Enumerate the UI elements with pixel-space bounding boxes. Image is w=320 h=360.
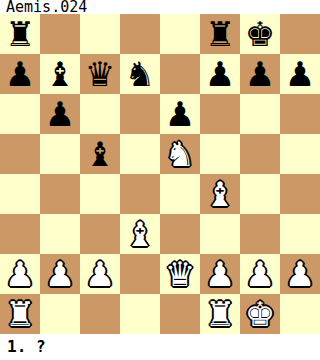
square-h1[interactable] xyxy=(280,294,320,334)
square-h3[interactable] xyxy=(280,214,320,254)
square-a5[interactable] xyxy=(0,134,40,174)
square-h8[interactable] xyxy=(280,14,320,54)
piece-white-bishop[interactable]: ♝ xyxy=(200,174,240,214)
piece-black-pawn[interactable]: ♟ xyxy=(280,54,320,94)
piece-black-queen[interactable]: ♛ xyxy=(80,54,120,94)
square-g6[interactable] xyxy=(240,94,280,134)
piece-black-pawn[interactable]: ♟ xyxy=(240,54,280,94)
piece-black-knight[interactable]: ♞ xyxy=(120,54,160,94)
square-g1[interactable]: ♚ xyxy=(240,294,280,334)
square-g8[interactable]: ♚ xyxy=(240,14,280,54)
square-e3[interactable] xyxy=(160,214,200,254)
square-d2[interactable] xyxy=(120,254,160,294)
square-g5[interactable] xyxy=(240,134,280,174)
square-e8[interactable] xyxy=(160,14,200,54)
square-d6[interactable] xyxy=(120,94,160,134)
square-b2[interactable]: ♟ xyxy=(40,254,80,294)
square-a8[interactable]: ♜ xyxy=(0,14,40,54)
piece-black-pawn[interactable]: ♟ xyxy=(200,54,240,94)
square-g3[interactable] xyxy=(240,214,280,254)
piece-black-pawn[interactable]: ♟ xyxy=(40,94,80,134)
square-b8[interactable] xyxy=(40,14,80,54)
piece-white-queen[interactable]: ♛ xyxy=(160,254,200,294)
square-f6[interactable] xyxy=(200,94,240,134)
square-a1[interactable]: ♜ xyxy=(0,294,40,334)
piece-white-pawn[interactable]: ♟ xyxy=(80,254,120,294)
square-g4[interactable] xyxy=(240,174,280,214)
square-a4[interactable] xyxy=(0,174,40,214)
square-d8[interactable] xyxy=(120,14,160,54)
square-b5[interactable] xyxy=(40,134,80,174)
square-e7[interactable] xyxy=(160,54,200,94)
square-c5[interactable]: ♝ xyxy=(80,134,120,174)
square-g7[interactable]: ♟ xyxy=(240,54,280,94)
square-f4[interactable]: ♝ xyxy=(200,174,240,214)
square-b3[interactable] xyxy=(40,214,80,254)
square-c8[interactable] xyxy=(80,14,120,54)
move-prompt: 1. ? xyxy=(7,338,46,356)
piece-white-bishop[interactable]: ♝ xyxy=(120,214,160,254)
piece-black-rook[interactable]: ♜ xyxy=(0,14,40,54)
square-d7[interactable]: ♞ xyxy=(120,54,160,94)
square-a7[interactable]: ♟ xyxy=(0,54,40,94)
square-f8[interactable]: ♜ xyxy=(200,14,240,54)
piece-white-pawn[interactable]: ♟ xyxy=(0,254,40,294)
square-f3[interactable] xyxy=(200,214,240,254)
square-b1[interactable] xyxy=(40,294,80,334)
square-e5[interactable]: ♞ xyxy=(160,134,200,174)
piece-black-king[interactable]: ♚ xyxy=(240,14,280,54)
square-c7[interactable]: ♛ xyxy=(80,54,120,94)
square-a6[interactable] xyxy=(0,94,40,134)
square-f5[interactable] xyxy=(200,134,240,174)
square-h2[interactable]: ♟ xyxy=(280,254,320,294)
square-b7[interactable]: ♝ xyxy=(40,54,80,94)
square-d4[interactable] xyxy=(120,174,160,214)
piece-white-rook[interactable]: ♜ xyxy=(200,294,240,334)
square-f1[interactable]: ♜ xyxy=(200,294,240,334)
square-g2[interactable]: ♟ xyxy=(240,254,280,294)
square-d5[interactable] xyxy=(120,134,160,174)
piece-white-pawn[interactable]: ♟ xyxy=(240,254,280,294)
square-a2[interactable]: ♟ xyxy=(0,254,40,294)
square-c1[interactable] xyxy=(80,294,120,334)
square-h5[interactable] xyxy=(280,134,320,174)
square-b4[interactable] xyxy=(40,174,80,214)
square-e6[interactable]: ♟ xyxy=(160,94,200,134)
piece-white-rook[interactable]: ♜ xyxy=(0,294,40,334)
square-c3[interactable] xyxy=(80,214,120,254)
square-h7[interactable]: ♟ xyxy=(280,54,320,94)
square-d3[interactable]: ♝ xyxy=(120,214,160,254)
square-f7[interactable]: ♟ xyxy=(200,54,240,94)
page-title: Aemis.024 xyxy=(6,1,87,14)
square-h4[interactable] xyxy=(280,174,320,214)
square-h6[interactable] xyxy=(280,94,320,134)
square-c2[interactable]: ♟ xyxy=(80,254,120,294)
square-a3[interactable] xyxy=(0,214,40,254)
square-e1[interactable] xyxy=(160,294,200,334)
square-b6[interactable]: ♟ xyxy=(40,94,80,134)
square-d1[interactable] xyxy=(120,294,160,334)
chess-diagram: Aemis.024 ♜♜♚♟♝♛♞♟♟♟♟♟♝♞♝♝♟♟♟♛♟♟♟♜♜♚ 1. … xyxy=(0,0,320,360)
square-e4[interactable] xyxy=(160,174,200,214)
piece-white-king[interactable]: ♚ xyxy=(240,294,280,334)
piece-white-knight[interactable]: ♞ xyxy=(160,134,200,174)
piece-black-pawn[interactable]: ♟ xyxy=(0,54,40,94)
piece-black-bishop[interactable]: ♝ xyxy=(40,54,80,94)
piece-black-rook[interactable]: ♜ xyxy=(200,14,240,54)
piece-black-pawn[interactable]: ♟ xyxy=(160,94,200,134)
board: ♜♜♚♟♝♛♞♟♟♟♟♟♝♞♝♝♟♟♟♛♟♟♟♜♜♚ xyxy=(0,14,320,334)
square-e2[interactable]: ♛ xyxy=(160,254,200,294)
piece-black-bishop[interactable]: ♝ xyxy=(80,134,120,174)
square-f2[interactable]: ♟ xyxy=(200,254,240,294)
piece-white-pawn[interactable]: ♟ xyxy=(200,254,240,294)
square-c6[interactable] xyxy=(80,94,120,134)
square-c4[interactable] xyxy=(80,174,120,214)
piece-white-pawn[interactable]: ♟ xyxy=(40,254,80,294)
piece-white-pawn[interactable]: ♟ xyxy=(280,254,320,294)
